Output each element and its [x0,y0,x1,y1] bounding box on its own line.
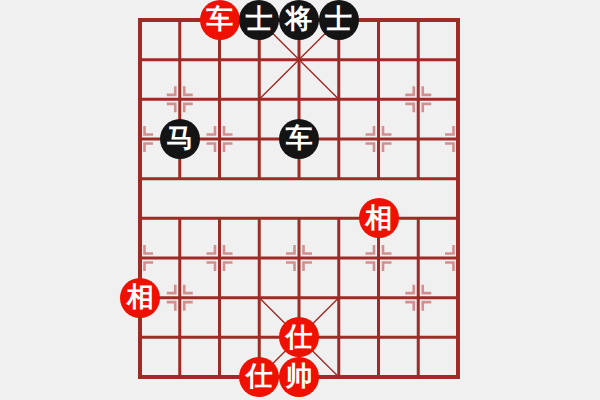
piece-black-general[interactable]: 将 [279,0,319,40]
xiangqi-board: 车士将士马车相相仕仕帅 [0,0,600,400]
piece-black-advisor[interactable]: 士 [239,0,279,40]
pieces-grid: 车士将士马车相相仕仕帅 [120,0,478,397]
piece-red-elephant[interactable]: 相 [120,278,160,318]
piece-red-chariot[interactable]: 车 [200,0,240,40]
piece-red-elephant[interactable]: 相 [359,198,399,238]
piece-red-advisor[interactable]: 仕 [239,357,279,397]
piece-black-chariot[interactable]: 车 [279,119,319,159]
piece-black-horse[interactable]: 马 [160,119,200,159]
piece-red-general[interactable]: 帅 [279,357,319,397]
piece-black-advisor[interactable]: 士 [319,0,359,40]
piece-red-advisor[interactable]: 仕 [279,317,319,357]
